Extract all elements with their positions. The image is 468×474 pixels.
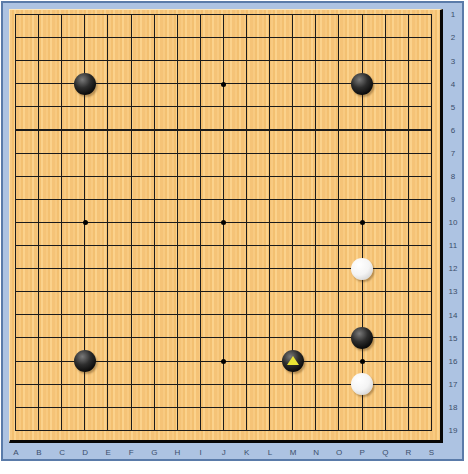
board-intersection[interactable] bbox=[27, 211, 50, 234]
board-intersection[interactable] bbox=[397, 96, 420, 119]
board-intersection[interactable] bbox=[281, 234, 304, 257]
board-intersection[interactable] bbox=[189, 142, 212, 165]
board-intersection[interactable] bbox=[189, 234, 212, 257]
board-intersection[interactable] bbox=[166, 26, 189, 49]
board-intersection[interactable] bbox=[143, 304, 166, 327]
board-intersection[interactable] bbox=[74, 3, 97, 26]
board-intersection[interactable] bbox=[305, 73, 328, 96]
board-intersection[interactable] bbox=[397, 419, 420, 442]
board-intersection[interactable] bbox=[281, 257, 304, 280]
board-intersection[interactable] bbox=[120, 234, 143, 257]
board-intersection[interactable] bbox=[374, 304, 397, 327]
board-intersection[interactable] bbox=[27, 165, 50, 188]
board-intersection[interactable] bbox=[397, 188, 420, 211]
board-intersection[interactable] bbox=[374, 26, 397, 49]
board-intersection[interactable] bbox=[328, 280, 351, 303]
board-intersection[interactable] bbox=[258, 165, 281, 188]
board-intersection[interactable] bbox=[281, 3, 304, 26]
board-intersection[interactable] bbox=[143, 3, 166, 26]
board-intersection[interactable] bbox=[305, 188, 328, 211]
board-intersection[interactable] bbox=[328, 327, 351, 350]
board-intersection[interactable] bbox=[189, 188, 212, 211]
board-intersection[interactable] bbox=[120, 3, 143, 26]
board-intersection[interactable] bbox=[27, 304, 50, 327]
board-intersection[interactable] bbox=[189, 396, 212, 419]
board-intersection[interactable] bbox=[189, 211, 212, 234]
board-intersection[interactable] bbox=[143, 234, 166, 257]
board-intersection[interactable] bbox=[51, 396, 74, 419]
board-intersection[interactable] bbox=[120, 419, 143, 442]
board-intersection[interactable] bbox=[51, 119, 74, 142]
board-intersection[interactable] bbox=[27, 396, 50, 419]
board-intersection[interactable] bbox=[189, 419, 212, 442]
board-intersection[interactable] bbox=[328, 3, 351, 26]
board-intersection[interactable] bbox=[143, 50, 166, 73]
board-intersection[interactable] bbox=[212, 304, 235, 327]
board-intersection[interactable] bbox=[74, 419, 97, 442]
board-intersection[interactable] bbox=[305, 280, 328, 303]
board-intersection[interactable] bbox=[4, 165, 27, 188]
board-intersection[interactable] bbox=[281, 373, 304, 396]
board-intersection[interactable] bbox=[397, 165, 420, 188]
board-intersection[interactable] bbox=[74, 257, 97, 280]
board-intersection[interactable] bbox=[374, 3, 397, 26]
board-intersection[interactable] bbox=[328, 50, 351, 73]
board-intersection[interactable] bbox=[120, 50, 143, 73]
board-intersection[interactable] bbox=[120, 188, 143, 211]
board-intersection[interactable] bbox=[281, 304, 304, 327]
board-intersection[interactable] bbox=[189, 26, 212, 49]
board-intersection[interactable] bbox=[97, 304, 120, 327]
board-intersection[interactable] bbox=[143, 26, 166, 49]
board-intersection[interactable] bbox=[189, 350, 212, 373]
board-intersection[interactable] bbox=[420, 211, 443, 234]
board-intersection[interactable] bbox=[97, 396, 120, 419]
board-intersection[interactable] bbox=[374, 96, 397, 119]
board-intersection[interactable] bbox=[212, 50, 235, 73]
board-intersection[interactable] bbox=[120, 142, 143, 165]
board-intersection[interactable] bbox=[4, 119, 27, 142]
board-intersection[interactable] bbox=[97, 3, 120, 26]
board-intersection[interactable] bbox=[258, 142, 281, 165]
board-intersection[interactable] bbox=[235, 257, 258, 280]
board-intersection[interactable] bbox=[235, 119, 258, 142]
board-intersection[interactable] bbox=[4, 234, 27, 257]
board-intersection[interactable] bbox=[212, 350, 235, 373]
board-intersection[interactable] bbox=[351, 211, 374, 234]
board-intersection[interactable] bbox=[374, 73, 397, 96]
board-intersection[interactable] bbox=[51, 26, 74, 49]
board-intersection[interactable] bbox=[4, 96, 27, 119]
board-intersection[interactable] bbox=[74, 327, 97, 350]
board-intersection[interactable] bbox=[328, 142, 351, 165]
board-intersection[interactable] bbox=[305, 327, 328, 350]
board-intersection[interactable] bbox=[166, 304, 189, 327]
board-intersection[interactable] bbox=[305, 211, 328, 234]
board-intersection[interactable] bbox=[212, 280, 235, 303]
board-intersection[interactable] bbox=[120, 396, 143, 419]
board-intersection[interactable] bbox=[27, 350, 50, 373]
board-intersection[interactable] bbox=[258, 327, 281, 350]
board-intersection[interactable] bbox=[74, 373, 97, 396]
board-intersection[interactable] bbox=[351, 419, 374, 442]
board-intersection[interactable] bbox=[143, 96, 166, 119]
board-intersection[interactable] bbox=[4, 3, 27, 26]
board-intersection[interactable] bbox=[4, 50, 27, 73]
board-intersection[interactable] bbox=[212, 119, 235, 142]
board-intersection[interactable] bbox=[166, 396, 189, 419]
board-intersection[interactable] bbox=[420, 419, 443, 442]
board-intersection[interactable] bbox=[420, 234, 443, 257]
board-intersection[interactable] bbox=[189, 257, 212, 280]
board-intersection[interactable] bbox=[166, 327, 189, 350]
board-intersection[interactable] bbox=[143, 280, 166, 303]
stone-white[interactable] bbox=[351, 258, 373, 280]
board-intersection[interactable] bbox=[212, 211, 235, 234]
board-intersection[interactable] bbox=[281, 396, 304, 419]
board-intersection[interactable] bbox=[305, 350, 328, 373]
board-intersection[interactable] bbox=[258, 280, 281, 303]
board-intersection[interactable] bbox=[51, 257, 74, 280]
board-intersection[interactable] bbox=[258, 350, 281, 373]
board-intersection[interactable] bbox=[235, 96, 258, 119]
board-intersection[interactable] bbox=[258, 26, 281, 49]
board-intersection[interactable] bbox=[120, 373, 143, 396]
board-intersection[interactable] bbox=[235, 73, 258, 96]
board-intersection[interactable] bbox=[420, 26, 443, 49]
board-intersection[interactable] bbox=[374, 396, 397, 419]
board-intersection[interactable] bbox=[374, 188, 397, 211]
board-intersection[interactable] bbox=[97, 50, 120, 73]
board-intersection[interactable] bbox=[51, 142, 74, 165]
board-intersection[interactable] bbox=[166, 211, 189, 234]
board-intersection[interactable] bbox=[235, 280, 258, 303]
board-intersection[interactable] bbox=[189, 119, 212, 142]
board-intersection[interactable] bbox=[351, 50, 374, 73]
board-intersection[interactable] bbox=[166, 50, 189, 73]
board-intersection[interactable] bbox=[97, 280, 120, 303]
board-intersection[interactable] bbox=[328, 234, 351, 257]
board-intersection[interactable] bbox=[351, 280, 374, 303]
board-intersection[interactable] bbox=[235, 396, 258, 419]
board-intersection[interactable] bbox=[281, 96, 304, 119]
board-intersection[interactable] bbox=[120, 26, 143, 49]
board-intersection[interactable] bbox=[212, 73, 235, 96]
board-intersection[interactable] bbox=[420, 188, 443, 211]
board-intersection[interactable] bbox=[305, 142, 328, 165]
board-intersection[interactable] bbox=[351, 26, 374, 49]
board-intersection[interactable] bbox=[166, 119, 189, 142]
board-intersection[interactable] bbox=[305, 257, 328, 280]
board-intersection[interactable] bbox=[120, 304, 143, 327]
board-intersection[interactable] bbox=[166, 96, 189, 119]
board-intersection[interactable] bbox=[4, 419, 27, 442]
board-intersection[interactable] bbox=[143, 211, 166, 234]
board-intersection[interactable] bbox=[420, 73, 443, 96]
board-intersection[interactable] bbox=[97, 142, 120, 165]
board-intersection[interactable] bbox=[351, 188, 374, 211]
board-intersection[interactable] bbox=[328, 396, 351, 419]
board-intersection[interactable] bbox=[258, 96, 281, 119]
board-intersection[interactable] bbox=[328, 96, 351, 119]
board-intersection[interactable] bbox=[27, 419, 50, 442]
board-intersection[interactable] bbox=[420, 165, 443, 188]
board-intersection[interactable] bbox=[235, 373, 258, 396]
board-intersection[interactable] bbox=[212, 142, 235, 165]
board-intersection[interactable] bbox=[212, 26, 235, 49]
board-intersection[interactable] bbox=[374, 165, 397, 188]
board-intersection[interactable] bbox=[351, 3, 374, 26]
board-intersection[interactable] bbox=[374, 280, 397, 303]
board-intersection[interactable] bbox=[281, 280, 304, 303]
board-intersection[interactable] bbox=[374, 373, 397, 396]
board-intersection[interactable] bbox=[143, 396, 166, 419]
board-intersection[interactable] bbox=[27, 73, 50, 96]
board-intersection[interactable] bbox=[166, 234, 189, 257]
board-intersection[interactable] bbox=[4, 257, 27, 280]
board-intersection[interactable] bbox=[120, 327, 143, 350]
board-intersection[interactable] bbox=[305, 396, 328, 419]
board-intersection[interactable] bbox=[281, 211, 304, 234]
board-intersection[interactable] bbox=[27, 327, 50, 350]
board-intersection[interactable] bbox=[166, 280, 189, 303]
board-intersection[interactable] bbox=[189, 280, 212, 303]
board-intersection[interactable] bbox=[397, 142, 420, 165]
board-intersection[interactable] bbox=[258, 188, 281, 211]
board-intersection[interactable] bbox=[51, 3, 74, 26]
board-intersection[interactable] bbox=[120, 165, 143, 188]
board-intersection[interactable] bbox=[397, 211, 420, 234]
board-intersection[interactable] bbox=[305, 96, 328, 119]
board-intersection[interactable] bbox=[4, 26, 27, 49]
board-intersection[interactable] bbox=[143, 142, 166, 165]
board-intersection[interactable] bbox=[374, 327, 397, 350]
board-intersection[interactable] bbox=[27, 50, 50, 73]
board-intersection[interactable] bbox=[420, 142, 443, 165]
board-intersection[interactable] bbox=[27, 26, 50, 49]
board-intersection[interactable] bbox=[281, 119, 304, 142]
board-intersection[interactable] bbox=[420, 3, 443, 26]
board-intersection[interactable] bbox=[97, 119, 120, 142]
board-intersection[interactable] bbox=[328, 257, 351, 280]
board-intersection[interactable] bbox=[166, 257, 189, 280]
board-intersection[interactable] bbox=[212, 419, 235, 442]
board-intersection[interactable] bbox=[51, 280, 74, 303]
board-intersection[interactable] bbox=[97, 350, 120, 373]
board-intersection[interactable] bbox=[212, 327, 235, 350]
board-intersection[interactable] bbox=[166, 3, 189, 26]
board-intersection[interactable] bbox=[27, 188, 50, 211]
board-intersection[interactable] bbox=[4, 350, 27, 373]
board-intersection[interactable] bbox=[74, 396, 97, 419]
board-intersection[interactable] bbox=[4, 188, 27, 211]
board-intersection[interactable] bbox=[143, 419, 166, 442]
board-intersection[interactable] bbox=[420, 304, 443, 327]
board-intersection[interactable] bbox=[97, 257, 120, 280]
board-intersection[interactable] bbox=[328, 211, 351, 234]
board-intersection[interactable] bbox=[235, 211, 258, 234]
board-intersection[interactable] bbox=[351, 304, 374, 327]
board-intersection[interactable] bbox=[397, 327, 420, 350]
board-intersection[interactable] bbox=[281, 26, 304, 49]
board-intersection[interactable] bbox=[420, 119, 443, 142]
board-intersection[interactable] bbox=[166, 350, 189, 373]
board-intersection[interactable] bbox=[27, 142, 50, 165]
board-intersection[interactable] bbox=[397, 280, 420, 303]
board-intersection[interactable] bbox=[166, 188, 189, 211]
board-intersection[interactable] bbox=[351, 350, 374, 373]
board-intersection[interactable] bbox=[166, 165, 189, 188]
board-intersection[interactable] bbox=[305, 304, 328, 327]
board-intersection[interactable] bbox=[235, 304, 258, 327]
board-intersection[interactable] bbox=[397, 3, 420, 26]
board-intersection[interactable] bbox=[235, 142, 258, 165]
board-intersection[interactable] bbox=[4, 73, 27, 96]
board-intersection[interactable] bbox=[328, 304, 351, 327]
board-intersection[interactable] bbox=[212, 3, 235, 26]
board-intersection[interactable] bbox=[51, 373, 74, 396]
board-intersection[interactable] bbox=[212, 234, 235, 257]
board-intersection[interactable] bbox=[51, 211, 74, 234]
board-intersection[interactable] bbox=[397, 50, 420, 73]
board-intersection[interactable] bbox=[420, 350, 443, 373]
board-intersection[interactable] bbox=[397, 234, 420, 257]
board-intersection[interactable] bbox=[27, 373, 50, 396]
board-intersection[interactable] bbox=[212, 188, 235, 211]
board-intersection[interactable] bbox=[51, 350, 74, 373]
board-intersection[interactable] bbox=[258, 119, 281, 142]
board-intersection[interactable] bbox=[143, 350, 166, 373]
board-intersection[interactable] bbox=[97, 26, 120, 49]
board-intersection[interactable] bbox=[235, 188, 258, 211]
board-intersection[interactable] bbox=[189, 73, 212, 96]
board-intersection[interactable] bbox=[420, 280, 443, 303]
board-intersection[interactable] bbox=[258, 3, 281, 26]
board-intersection[interactable] bbox=[74, 142, 97, 165]
board-intersection[interactable] bbox=[74, 119, 97, 142]
board-intersection[interactable] bbox=[212, 257, 235, 280]
board-intersection[interactable] bbox=[305, 234, 328, 257]
board-intersection[interactable] bbox=[74, 50, 97, 73]
board-intersection[interactable] bbox=[258, 396, 281, 419]
board-intersection[interactable] bbox=[51, 165, 74, 188]
board-intersection[interactable] bbox=[97, 96, 120, 119]
board-intersection[interactable] bbox=[74, 304, 97, 327]
board-intersection[interactable] bbox=[51, 419, 74, 442]
board-intersection[interactable] bbox=[328, 119, 351, 142]
board-intersection[interactable] bbox=[374, 257, 397, 280]
board-intersection[interactable] bbox=[374, 142, 397, 165]
board-intersection[interactable] bbox=[120, 257, 143, 280]
board-intersection[interactable] bbox=[143, 188, 166, 211]
board-intersection[interactable] bbox=[74, 188, 97, 211]
board-intersection[interactable] bbox=[420, 50, 443, 73]
board-intersection[interactable] bbox=[74, 96, 97, 119]
board-intersection[interactable] bbox=[420, 396, 443, 419]
board-intersection[interactable] bbox=[143, 327, 166, 350]
board-intersection[interactable] bbox=[328, 350, 351, 373]
board-intersection[interactable] bbox=[143, 73, 166, 96]
board-intersection[interactable] bbox=[27, 234, 50, 257]
board-intersection[interactable] bbox=[189, 327, 212, 350]
board-intersection[interactable] bbox=[189, 3, 212, 26]
board-intersection[interactable] bbox=[51, 73, 74, 96]
board-intersection[interactable] bbox=[397, 396, 420, 419]
board-intersection[interactable] bbox=[328, 188, 351, 211]
board-intersection[interactable] bbox=[120, 350, 143, 373]
board-intersection[interactable] bbox=[51, 50, 74, 73]
board-intersection[interactable] bbox=[74, 26, 97, 49]
board-intersection[interactable] bbox=[328, 73, 351, 96]
board-intersection[interactable] bbox=[189, 373, 212, 396]
board-intersection[interactable] bbox=[97, 73, 120, 96]
board-intersection[interactable] bbox=[4, 142, 27, 165]
board-intersection[interactable] bbox=[374, 119, 397, 142]
board-intersection[interactable] bbox=[328, 373, 351, 396]
board-intersection[interactable] bbox=[258, 234, 281, 257]
board-intersection[interactable] bbox=[397, 350, 420, 373]
board-intersection[interactable] bbox=[143, 165, 166, 188]
board-intersection[interactable] bbox=[212, 373, 235, 396]
board-intersection[interactable] bbox=[97, 419, 120, 442]
board-intersection[interactable] bbox=[189, 50, 212, 73]
board-intersection[interactable] bbox=[305, 50, 328, 73]
board-intersection[interactable] bbox=[27, 119, 50, 142]
board-intersection[interactable] bbox=[27, 257, 50, 280]
board-intersection[interactable] bbox=[97, 373, 120, 396]
board-intersection[interactable] bbox=[328, 419, 351, 442]
board-intersection[interactable] bbox=[212, 165, 235, 188]
board-intersection[interactable] bbox=[120, 96, 143, 119]
board-intersection[interactable] bbox=[374, 50, 397, 73]
board-intersection[interactable] bbox=[235, 350, 258, 373]
board-intersection[interactable] bbox=[235, 26, 258, 49]
board-intersection[interactable] bbox=[189, 304, 212, 327]
board-intersection[interactable] bbox=[235, 165, 258, 188]
board-intersection[interactable] bbox=[305, 119, 328, 142]
board-intersection[interactable] bbox=[258, 419, 281, 442]
board-intersection[interactable] bbox=[4, 396, 27, 419]
board-intersection[interactable] bbox=[374, 419, 397, 442]
board-intersection[interactable] bbox=[258, 373, 281, 396]
board-intersection[interactable] bbox=[212, 96, 235, 119]
board-intersection[interactable] bbox=[420, 327, 443, 350]
board-intersection[interactable] bbox=[235, 234, 258, 257]
board-intersection[interactable] bbox=[351, 142, 374, 165]
board-intersection[interactable] bbox=[212, 396, 235, 419]
board-intersection[interactable] bbox=[189, 165, 212, 188]
board-intersection[interactable] bbox=[4, 327, 27, 350]
board-intersection[interactable] bbox=[397, 373, 420, 396]
board-intersection[interactable] bbox=[281, 419, 304, 442]
board-intersection[interactable] bbox=[281, 327, 304, 350]
board-intersection[interactable] bbox=[258, 257, 281, 280]
board-intersection[interactable] bbox=[397, 257, 420, 280]
board-intersection[interactable] bbox=[166, 73, 189, 96]
board-intersection[interactable] bbox=[420, 96, 443, 119]
board-intersection[interactable] bbox=[51, 304, 74, 327]
board-intersection[interactable] bbox=[27, 3, 50, 26]
board-intersection[interactable] bbox=[305, 419, 328, 442]
board-intersection[interactable] bbox=[351, 165, 374, 188]
board-intersection[interactable] bbox=[120, 280, 143, 303]
board-intersection[interactable] bbox=[120, 211, 143, 234]
board-intersection[interactable] bbox=[305, 3, 328, 26]
board-intersection[interactable] bbox=[258, 50, 281, 73]
board-intersection[interactable] bbox=[397, 73, 420, 96]
board-intersection[interactable] bbox=[374, 234, 397, 257]
board-intersection[interactable] bbox=[27, 96, 50, 119]
